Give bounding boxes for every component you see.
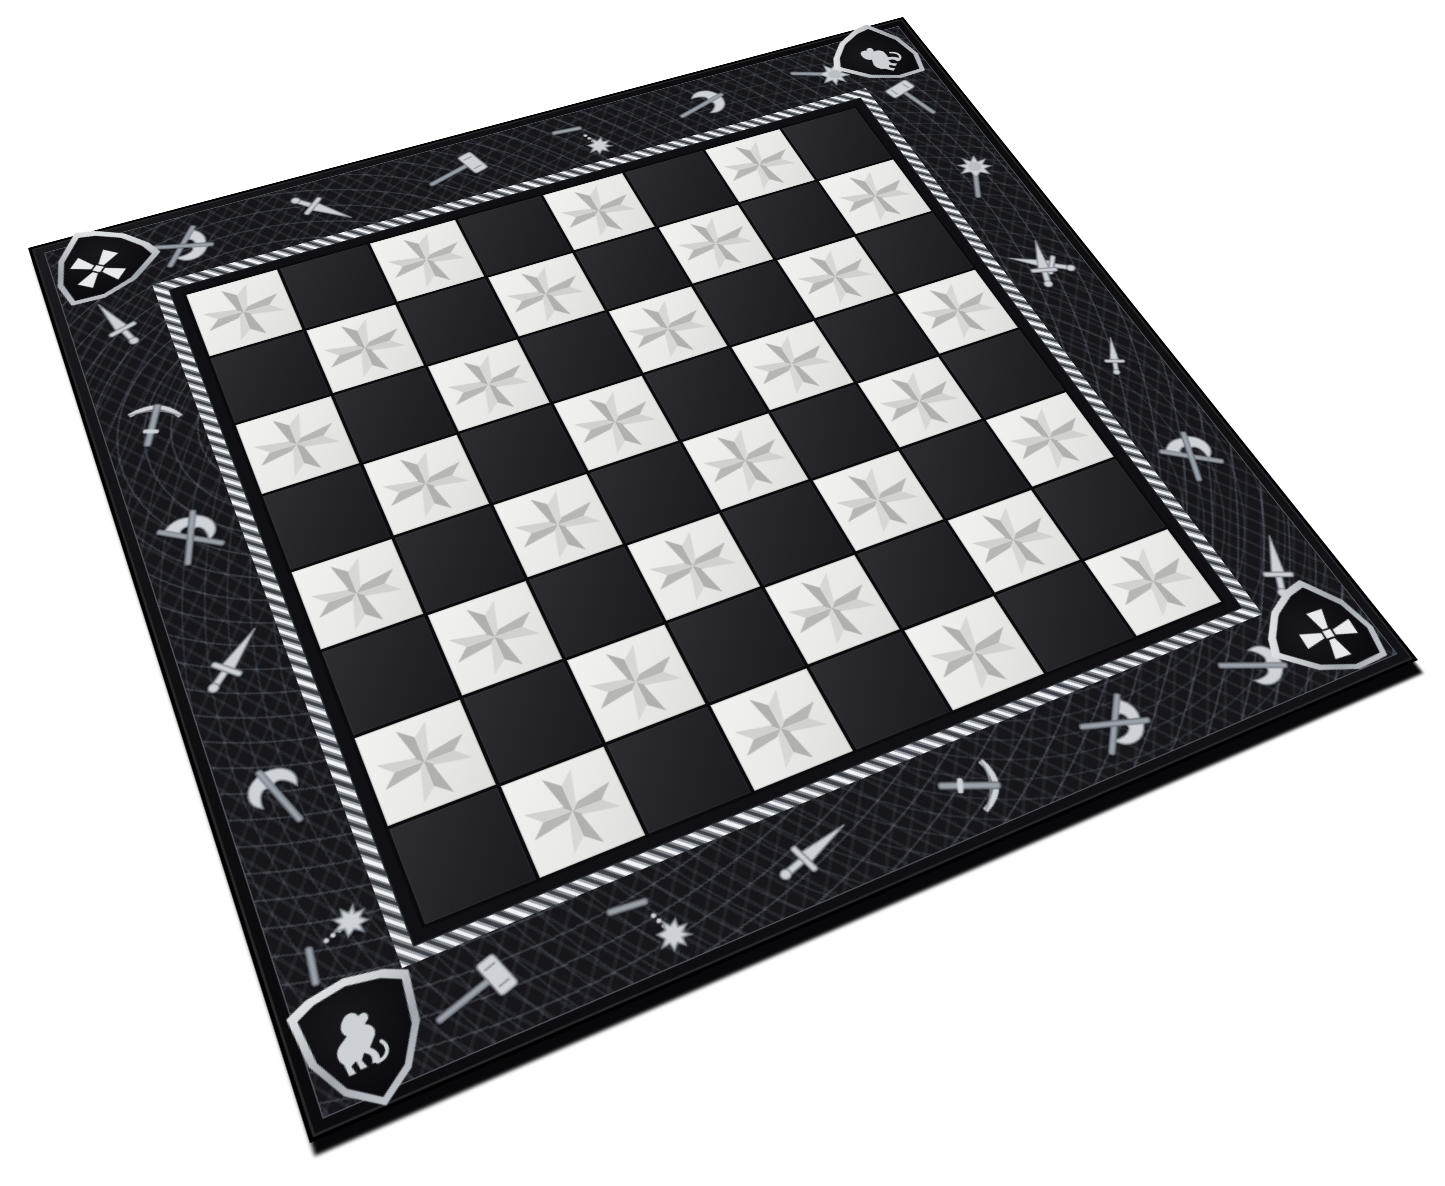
flail-icon — [598, 877, 696, 966]
maltese-cross-icon — [669, 211, 763, 276]
maltese-cross-icon — [374, 443, 478, 526]
flail-icon — [545, 116, 617, 162]
maltese-cross-icon — [829, 166, 921, 227]
maltese-cross-icon — [380, 227, 473, 294]
maltese-cross-icon — [439, 591, 550, 685]
product-photo-background — [0, 0, 1445, 1186]
maltese-cross-icon — [579, 635, 693, 732]
maltese-cross-icon — [316, 312, 413, 385]
crossbow-icon — [922, 747, 1017, 826]
maltese-cross-icon — [505, 483, 611, 568]
mace-icon — [940, 155, 1013, 202]
maltese-cross-icon — [619, 294, 717, 365]
maltese-cross-icon — [715, 135, 806, 195]
maltese-cross-icon — [513, 758, 632, 866]
maltese-cross-icon — [742, 329, 842, 402]
maltese-cross-icon — [639, 523, 748, 611]
maltese-cross-icon — [565, 384, 667, 461]
maltese-cross-icon — [553, 180, 645, 243]
crossbow-icon — [103, 396, 199, 456]
maltese-cross-icon — [439, 348, 538, 423]
dagger-icon — [1084, 336, 1144, 376]
maltese-cross-icon — [693, 421, 797, 501]
scimitar-icon — [280, 184, 362, 233]
scimitar-icon — [180, 624, 283, 697]
maltese-cross-icon — [196, 277, 291, 348]
maltese-cross-icon — [776, 564, 887, 655]
maltese-cross-icon — [723, 679, 840, 779]
maltese-cross-icon — [498, 260, 594, 329]
